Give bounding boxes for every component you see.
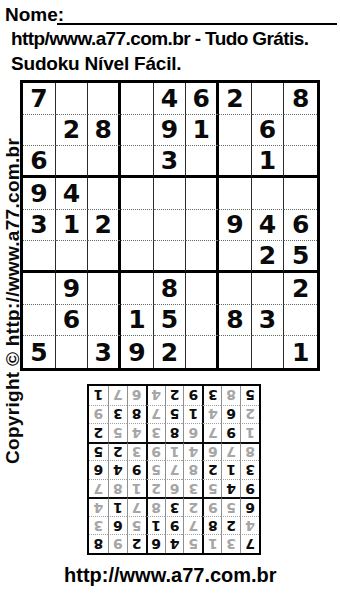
solution-cell-r8c4: 1 <box>183 405 202 424</box>
solution-cell-r1c4: 5 <box>183 534 202 553</box>
sudoku-cell-r1c6: 6 <box>186 83 219 115</box>
sudoku-cell-r9c9: 1 <box>284 336 317 368</box>
solution-cell-r9c4: 9 <box>183 386 202 405</box>
sudoku-cell-r7c6[interactable] <box>186 273 219 305</box>
solution-cell-r6c1: 8 <box>240 442 259 461</box>
sudoku-cell-r9c7[interactable] <box>219 336 252 368</box>
sudoku-cell-r3c1: 6 <box>23 146 56 178</box>
solution-cell-r6c2: 7 <box>221 442 240 461</box>
sudoku-cell-r9c3: 3 <box>88 336 121 368</box>
solution-cell-r8c6: 7 <box>146 405 165 424</box>
solution-cell-r7c5: 8 <box>165 423 184 442</box>
sudoku-cell-r1c7: 2 <box>219 83 252 115</box>
solution-cell-r8c2: 6 <box>221 405 240 424</box>
solution-cell-r7c1: 1 <box>240 423 259 442</box>
sudoku-cell-r4c8[interactable] <box>252 178 285 210</box>
solution-cell-r8c3: 4 <box>202 405 221 424</box>
solution-cell-r5c4: 8 <box>183 460 202 479</box>
sudoku-cell-r5c3: 2 <box>88 210 121 242</box>
sudoku-cell-r6c3[interactable] <box>88 241 121 273</box>
solution-cell-r9c9: 1 <box>89 386 108 405</box>
solution-cell-r4c1: 9 <box>240 479 259 498</box>
sudoku-cell-r7c1[interactable] <box>23 273 56 305</box>
sudoku-cell-r1c2[interactable] <box>56 83 89 115</box>
solution-cell-r1c1: 7 <box>240 534 259 553</box>
solution-cell-r5c7: 9 <box>127 460 146 479</box>
solution-cell-r7c7: 4 <box>127 423 146 442</box>
sudoku-cell-r8c2: 6 <box>56 305 89 337</box>
solution-cell-r5c1: 3 <box>240 460 259 479</box>
solution-cell-r9c3: 3 <box>202 386 221 405</box>
sudoku-cell-r9c1: 5 <box>23 336 56 368</box>
solution-cell-r4c5: 6 <box>165 479 184 498</box>
solution-cell-r2c6: 1 <box>146 516 165 535</box>
sudoku-cell-r7c7[interactable] <box>219 273 252 305</box>
sudoku-cell-r6c2[interactable] <box>56 241 89 273</box>
sudoku-cell-r8c3[interactable] <box>88 305 121 337</box>
sudoku-cell-r6c7[interactable] <box>219 241 252 273</box>
sudoku-cell-r3c7[interactable] <box>219 146 252 178</box>
main-sudoku-grid: 746282891663194312946259826158353921 <box>20 80 320 371</box>
solution-cell-r3c7: 7 <box>127 497 146 516</box>
sudoku-cell-r5c6[interactable] <box>186 210 219 242</box>
solution-cell-r1c9: 8 <box>89 534 108 553</box>
solution-cell-r9c2: 8 <box>221 386 240 405</box>
puzzle-title: Sudoku Nível Fácil. <box>11 53 181 75</box>
solution-cell-r7c2: 9 <box>221 423 240 442</box>
solution-cell-r9c7: 6 <box>127 386 146 405</box>
solution-cell-r6c9: 5 <box>89 442 108 461</box>
solution-cell-r8c5: 5 <box>165 405 184 424</box>
sudoku-cell-r1c9: 8 <box>284 83 317 115</box>
sudoku-cell-r8c9[interactable] <box>284 305 317 337</box>
sudoku-cell-r5c1: 3 <box>23 210 56 242</box>
sudoku-cell-r3c3[interactable] <box>88 146 121 178</box>
sudoku-cell-r2c7[interactable] <box>219 115 252 147</box>
sudoku-cell-r7c9: 2 <box>284 273 317 305</box>
sudoku-cell-r4c2: 4 <box>56 178 89 210</box>
sudoku-cell-r5c9: 6 <box>284 210 317 242</box>
solution-cell-r6c8: 2 <box>108 442 127 461</box>
name-field-line <box>57 6 337 25</box>
solution-cell-r2c5: 9 <box>165 516 184 535</box>
sudoku-cell-r4c3[interactable] <box>88 178 121 210</box>
sudoku-cell-r5c4[interactable] <box>121 210 154 242</box>
sudoku-cell-r6c5[interactable] <box>154 241 187 273</box>
solution-cell-r7c8: 5 <box>108 423 127 442</box>
sudoku-cell-r2c8: 6 <box>252 115 285 147</box>
solution-cell-r2c8: 6 <box>108 516 127 535</box>
sudoku-cell-r4c6[interactable] <box>186 178 219 210</box>
solution-cell-r4c3: 5 <box>202 479 221 498</box>
sudoku-cell-r6c6[interactable] <box>186 241 219 273</box>
sudoku-cell-r9c5: 2 <box>154 336 187 368</box>
solution-cell-r3c9: 4 <box>89 497 108 516</box>
solution-cell-r4c2: 4 <box>221 479 240 498</box>
solution-cell-r9c8: 7 <box>108 386 127 405</box>
solution-cell-r6c7: 3 <box>127 442 146 461</box>
sudoku-cell-r2c6: 1 <box>186 115 219 147</box>
sudoku-cell-r9c2[interactable] <box>56 336 89 368</box>
name-label: Nome: <box>5 4 64 26</box>
sudoku-cell-r9c8[interactable] <box>252 336 285 368</box>
solution-cell-r8c7: 8 <box>127 405 146 424</box>
sudoku-cell-r5c5[interactable] <box>154 210 187 242</box>
solution-grid: 7315462984287915636592387149453621873128… <box>87 384 261 555</box>
sudoku-cell-r1c5: 4 <box>154 83 187 115</box>
solution-cell-r4c7: 1 <box>127 479 146 498</box>
solution-cell-r1c3: 1 <box>202 534 221 553</box>
sudoku-cell-r3c9[interactable] <box>284 146 317 178</box>
sudoku-cell-r3c4[interactable] <box>121 146 154 178</box>
sudoku-cell-r2c4[interactable] <box>121 115 154 147</box>
solution-cell-r2c1: 4 <box>240 516 259 535</box>
solution-cell-r3c2: 5 <box>221 497 240 516</box>
solution-cell-r5c8: 4 <box>108 460 127 479</box>
solution-cell-r4c9: 7 <box>89 479 108 498</box>
solution-cell-r6c4: 4 <box>183 442 202 461</box>
solution-cell-r1c5: 4 <box>165 534 184 553</box>
solution-cell-r5c6: 5 <box>146 460 165 479</box>
solution-cell-r8c8: 3 <box>108 405 127 424</box>
solution-cell-r7c9: 2 <box>89 423 108 442</box>
sudoku-cell-r2c9[interactable] <box>284 115 317 147</box>
solution-cell-r9c1: 5 <box>240 386 259 405</box>
sudoku-cell-r4c4[interactable] <box>121 178 154 210</box>
solution-cell-r9c5: 2 <box>165 386 184 405</box>
sudoku-cell-r4c5[interactable] <box>154 178 187 210</box>
solution-cell-r4c8: 8 <box>108 479 127 498</box>
solution-cell-r9c6: 4 <box>146 386 165 405</box>
solution-cell-r1c7: 2 <box>127 534 146 553</box>
solution-cell-r5c9: 6 <box>89 460 108 479</box>
sudoku-cell-r8c8: 3 <box>252 305 285 337</box>
sudoku-cell-r3c2[interactable] <box>56 146 89 178</box>
solution-cell-r2c9: 3 <box>89 516 108 535</box>
sudoku-cell-r5c7: 9 <box>219 210 252 242</box>
sudoku-cell-r3c5: 3 <box>154 146 187 178</box>
solution-cell-r3c5: 3 <box>165 497 184 516</box>
sudoku-cell-r9c6[interactable] <box>186 336 219 368</box>
solution-cell-r5c5: 7 <box>165 460 184 479</box>
sudoku-cell-r4c1: 9 <box>23 178 56 210</box>
solution-cell-r1c6: 6 <box>146 534 165 553</box>
sudoku-cell-r1c3[interactable] <box>88 83 121 115</box>
site-url-title: http/www.a77.com.br - Tudo Grátis. <box>11 28 308 50</box>
sudoku-cell-r3c6[interactable] <box>186 146 219 178</box>
footer-url: http://www.a77.com.br <box>64 564 277 587</box>
sudoku-cell-r1c8[interactable] <box>252 83 285 115</box>
sudoku-cell-r2c1[interactable] <box>23 115 56 147</box>
solution-cell-r7c4: 6 <box>183 423 202 442</box>
sudoku-cell-r8c6[interactable] <box>186 305 219 337</box>
solution-cell-r6c6: 9 <box>146 442 165 461</box>
solution-cell-r2c7: 5 <box>127 516 146 535</box>
solution-cell-r2c2: 2 <box>221 516 240 535</box>
solution-cell-r1c2: 3 <box>221 534 240 553</box>
sudoku-cell-r7c8[interactable] <box>252 273 285 305</box>
solution-cell-r4c4: 3 <box>183 479 202 498</box>
solution-cell-r7c3: 7 <box>202 423 221 442</box>
sudoku-cell-r8c5: 5 <box>154 305 187 337</box>
sudoku-cell-r6c8: 2 <box>252 241 285 273</box>
sudoku-cell-r4c9[interactable] <box>284 178 317 210</box>
sudoku-cell-r1c1: 7 <box>23 83 56 115</box>
sudoku-cell-r7c3[interactable] <box>88 273 121 305</box>
sudoku-cell-r5c8: 4 <box>252 210 285 242</box>
sudoku-cell-r8c1[interactable] <box>23 305 56 337</box>
sudoku-cell-r7c5: 8 <box>154 273 187 305</box>
sudoku-cell-r8c4: 1 <box>121 305 154 337</box>
solution-cell-r2c3: 8 <box>202 516 221 535</box>
sudoku-cell-r6c1[interactable] <box>23 241 56 273</box>
sudoku-cell-r2c2: 2 <box>56 115 89 147</box>
sudoku-cell-r6c9: 5 <box>284 241 317 273</box>
solution-cell-r3c8: 1 <box>108 497 127 516</box>
solution-cell-r6c3: 6 <box>202 442 221 461</box>
solution-cell-r5c3: 2 <box>202 460 221 479</box>
solution-cell-r1c8: 9 <box>108 534 127 553</box>
sudoku-cell-r6c4[interactable] <box>121 241 154 273</box>
solution-cell-r2c4: 7 <box>183 516 202 535</box>
solution-cell-r5c2: 1 <box>221 460 240 479</box>
solution-cell-r3c3: 9 <box>202 497 221 516</box>
sudoku-cell-r4c7[interactable] <box>219 178 252 210</box>
sudoku-cell-r3c8: 1 <box>252 146 285 178</box>
solution-cell-r7c6: 3 <box>146 423 165 442</box>
sudoku-cell-r5c2: 1 <box>56 210 89 242</box>
sudoku-cell-r7c2: 9 <box>56 273 89 305</box>
sudoku-cell-r9c4: 9 <box>121 336 154 368</box>
solution-cell-r3c4: 2 <box>183 497 202 516</box>
solution-cell-r3c1: 6 <box>240 497 259 516</box>
solution-cell-r8c1: 2 <box>240 405 259 424</box>
sudoku-cell-r8c7: 8 <box>219 305 252 337</box>
sudoku-cell-r1c4[interactable] <box>121 83 154 115</box>
sudoku-cell-r2c5: 9 <box>154 115 187 147</box>
solution-cell-r6c5: 1 <box>165 442 184 461</box>
sudoku-cell-r2c3: 8 <box>88 115 121 147</box>
solution-cell-r4c6: 2 <box>146 479 165 498</box>
solution-cell-r3c6: 8 <box>146 497 165 516</box>
sudoku-cell-r7c4[interactable] <box>121 273 154 305</box>
solution-cell-r8c9: 9 <box>89 405 108 424</box>
